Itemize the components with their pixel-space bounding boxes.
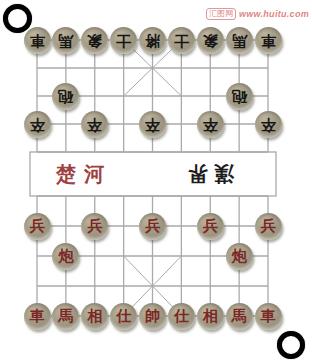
- piece-red-advisor[interactable]: 仕: [168, 303, 195, 330]
- piece-red-cannon[interactable]: 炮: [226, 243, 253, 270]
- piece-character: 砲: [58, 89, 73, 104]
- piece-character: 仕: [174, 309, 189, 324]
- piece-character: 兵: [145, 219, 160, 234]
- piece-character: 馬: [58, 309, 73, 324]
- piece-black-cannon[interactable]: 砲: [226, 83, 253, 110]
- piece-character: 車: [261, 309, 276, 324]
- piece-red-soldier[interactable]: 兵: [255, 213, 282, 240]
- piece-red-elephant[interactable]: 相: [197, 303, 224, 330]
- piece-red-horse[interactable]: 馬: [226, 303, 253, 330]
- piece-character: 兵: [203, 219, 218, 234]
- piece-black-advisor[interactable]: 士: [168, 27, 195, 54]
- piece-character: 卒: [30, 117, 45, 132]
- piece-character: 兵: [30, 219, 45, 234]
- piece-character: 兵: [261, 219, 276, 234]
- piece-character: 帥: [145, 309, 160, 324]
- piece-character: 象: [87, 33, 102, 48]
- piece-black-soldier[interactable]: 卒: [197, 111, 224, 138]
- piece-character: 馬: [232, 33, 247, 48]
- piece-character: 砲: [232, 89, 247, 104]
- piece-character: 兵: [87, 219, 102, 234]
- piece-character: 車: [30, 309, 45, 324]
- black-ring-bottom-right-icon: [277, 331, 305, 359]
- black-ring-top-left-icon: [3, 4, 32, 33]
- piece-black-horse[interactable]: 馬: [226, 27, 253, 54]
- piece-character: 卒: [145, 117, 160, 132]
- piece-character: 馬: [58, 33, 73, 48]
- piece-character: 相: [87, 309, 102, 324]
- piece-red-soldier[interactable]: 兵: [81, 213, 108, 240]
- piece-character: 士: [174, 33, 189, 48]
- piece-black-horse[interactable]: 馬: [52, 27, 79, 54]
- piece-character: 將: [145, 33, 160, 48]
- piece-character: 車: [261, 33, 276, 48]
- piece-black-soldier[interactable]: 卒: [139, 111, 166, 138]
- piece-character: 卒: [261, 117, 276, 132]
- piece-red-soldier[interactable]: 兵: [197, 213, 224, 240]
- piece-black-elephant[interactable]: 象: [197, 27, 224, 54]
- piece-black-general[interactable]: 將: [139, 27, 166, 54]
- piece-black-chariot[interactable]: 車: [255, 27, 282, 54]
- piece-character: 象: [203, 33, 218, 48]
- piece-red-elephant[interactable]: 相: [81, 303, 108, 330]
- piece-black-elephant[interactable]: 象: [81, 27, 108, 54]
- piece-red-general[interactable]: 帥: [139, 303, 166, 330]
- piece-red-cannon[interactable]: 炮: [52, 243, 79, 270]
- piece-red-chariot[interactable]: 車: [24, 303, 51, 330]
- piece-red-horse[interactable]: 馬: [52, 303, 79, 330]
- piece-black-cannon[interactable]: 砲: [52, 83, 79, 110]
- piece-black-soldier[interactable]: 卒: [81, 111, 108, 138]
- piece-character: 卒: [87, 117, 102, 132]
- piece-character: 馬: [232, 309, 247, 324]
- river-label-chu-he: 楚河: [56, 162, 112, 186]
- piece-red-chariot[interactable]: 車: [255, 303, 282, 330]
- watermark-logo: 汇图网: [206, 8, 236, 20]
- piece-character: 卒: [203, 117, 218, 132]
- watermark: 汇图网 www.huitu.com: [206, 8, 309, 20]
- piece-black-chariot[interactable]: 車: [24, 27, 51, 54]
- piece-black-soldier[interactable]: 卒: [24, 111, 51, 138]
- xiangqi-photo: 車馬象士將士象馬車砲砲卒卒卒卒卒兵兵兵兵兵炮炮車馬相仕帥仕相馬車 楚河 漢界 汇…: [0, 0, 312, 360]
- piece-red-advisor[interactable]: 仕: [110, 303, 137, 330]
- piece-character: 士: [116, 33, 131, 48]
- piece-character: 車: [30, 33, 45, 48]
- piece-red-soldier[interactable]: 兵: [24, 213, 51, 240]
- piece-black-advisor[interactable]: 士: [110, 27, 137, 54]
- piece-red-soldier[interactable]: 兵: [139, 213, 166, 240]
- piece-character: 相: [203, 309, 218, 324]
- piece-character: 仕: [116, 309, 131, 324]
- river-label-han-jie: 漢界: [182, 162, 234, 186]
- piece-character: 炮: [58, 249, 73, 264]
- piece-black-soldier[interactable]: 卒: [255, 111, 282, 138]
- watermark-url-text: www.huitu.com: [239, 9, 309, 19]
- piece-character: 炮: [232, 249, 247, 264]
